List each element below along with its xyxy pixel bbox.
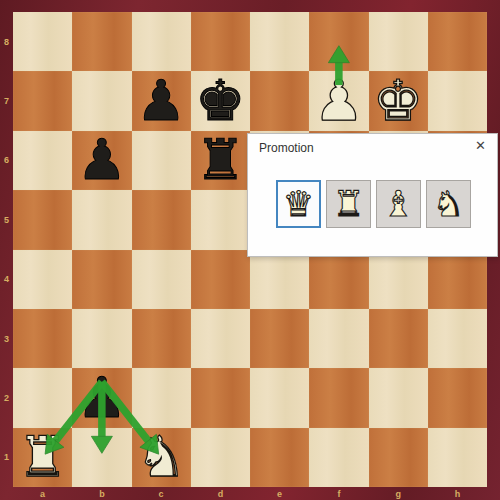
square-f8[interactable] [309,12,368,71]
promotion-dialog: Promotion ✕ ♛♜♝♞ [247,133,498,257]
square-h8[interactable] [428,12,487,71]
square-g4[interactable] [369,250,428,309]
square-c2[interactable] [132,368,191,427]
bishop-piece-icon: ♝ [383,187,414,222]
square-a2[interactable] [13,368,72,427]
square-a5[interactable] [13,190,72,249]
piece-black-pawn-c7[interactable]: ♟ [132,71,191,130]
square-h2[interactable] [428,368,487,427]
file-label-b: b [72,487,131,500]
rank-label-1: 1 [0,428,13,487]
file-label-h: h [428,487,487,500]
square-h1[interactable] [428,428,487,487]
chess-app: 87654321abcdefgh ♟♚♟♚♟♜♟♜♞ Promotion ✕ ♛… [0,0,500,500]
square-d1[interactable] [191,428,250,487]
promotion-option-knight[interactable]: ♞ [426,180,471,228]
promotion-options: ♛♜♝♞ [276,180,471,228]
square-a6[interactable] [13,131,72,190]
square-f1[interactable] [309,428,368,487]
square-g8[interactable] [369,12,428,71]
close-icon[interactable]: ✕ [475,139,486,152]
square-b4[interactable] [72,250,131,309]
square-b5[interactable] [72,190,131,249]
piece-black-pawn-b2[interactable]: ♟ [72,368,131,427]
square-b3[interactable] [72,309,131,368]
square-h3[interactable] [428,309,487,368]
piece-black-pawn-b6[interactable]: ♟ [72,131,131,190]
square-e1[interactable] [250,428,309,487]
promotion-option-bishop[interactable]: ♝ [376,180,421,228]
piece-black-rook-d6[interactable]: ♜ [191,131,250,190]
square-e4[interactable] [250,250,309,309]
square-h4[interactable] [428,250,487,309]
square-d3[interactable] [191,309,250,368]
queen-piece-icon: ♛ [283,187,314,222]
rank-label-5: 5 [0,190,13,249]
square-b1[interactable] [72,428,131,487]
knight-piece-icon: ♞ [433,187,464,222]
square-c4[interactable] [132,250,191,309]
rank-label-7: 7 [0,71,13,130]
piece-white-king-g7[interactable]: ♚ [369,71,428,130]
piece-white-knight-c1[interactable]: ♞ [132,428,191,487]
square-c8[interactable] [132,12,191,71]
square-a7[interactable] [13,71,72,130]
square-f3[interactable] [309,309,368,368]
rook-piece-icon: ♜ [333,187,364,222]
square-b7[interactable] [72,71,131,130]
promotion-option-queen[interactable]: ♛ [276,180,321,228]
rank-label-6: 6 [0,131,13,190]
square-a8[interactable] [13,12,72,71]
square-b8[interactable] [72,12,131,71]
rank-label-8: 8 [0,12,13,71]
square-f4[interactable] [309,250,368,309]
square-a3[interactable] [13,309,72,368]
square-d2[interactable] [191,368,250,427]
square-e3[interactable] [250,309,309,368]
piece-white-rook-a1[interactable]: ♜ [13,428,72,487]
square-e8[interactable] [250,12,309,71]
square-d4[interactable] [191,250,250,309]
square-g2[interactable] [369,368,428,427]
square-c5[interactable] [132,190,191,249]
square-e7[interactable] [250,71,309,130]
file-label-d: d [191,487,250,500]
square-f2[interactable] [309,368,368,427]
promotion-dialog-title: Promotion [259,141,314,155]
square-d8[interactable] [191,12,250,71]
file-label-g: g [369,487,428,500]
piece-white-pawn-f7[interactable]: ♟ [309,71,368,130]
rank-label-4: 4 [0,250,13,309]
square-g3[interactable] [369,309,428,368]
piece-black-king-d7[interactable]: ♚ [191,71,250,130]
file-label-e: e [250,487,309,500]
square-h7[interactable] [428,71,487,130]
square-c3[interactable] [132,309,191,368]
square-g1[interactable] [369,428,428,487]
rank-label-3: 3 [0,309,13,368]
square-c6[interactable] [132,131,191,190]
promotion-option-rook[interactable]: ♜ [326,180,371,228]
square-d5[interactable] [191,190,250,249]
rank-label-2: 2 [0,368,13,427]
file-label-f: f [309,487,368,500]
square-e2[interactable] [250,368,309,427]
square-a4[interactable] [13,250,72,309]
